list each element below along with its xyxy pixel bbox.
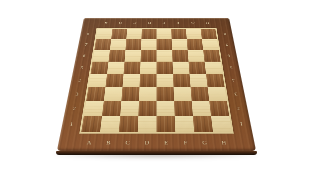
coordinate-label: E [164,139,168,145]
square-g1 [193,116,213,132]
square-c4 [122,74,140,87]
square-f2 [174,101,193,116]
square-a7 [94,39,111,50]
square-c8 [126,29,142,39]
coordinate-label: 5 [80,66,83,70]
coordinate-label: 1 [70,121,74,126]
coordinate-label: 6 [227,54,230,58]
square-a1 [81,116,102,132]
square-f7 [172,39,188,50]
squares-grid [81,29,232,132]
square-e8 [157,29,172,39]
square-f3 [174,87,192,101]
square-d5 [140,62,157,74]
coordinate-label: 8 [87,32,90,35]
square-g8 [186,29,202,39]
square-e4 [157,74,174,87]
coordinate-label: H [205,21,209,25]
coordinate-label: 2 [237,106,241,111]
square-d4 [139,74,156,87]
board-side-edge [56,151,257,155]
square-f8 [171,29,187,39]
playfield [79,28,233,134]
coordinate-label: G [191,21,195,25]
coordinate-label: A [104,21,108,25]
square-a4 [88,74,107,87]
square-a8 [96,29,112,39]
square-g2 [192,101,211,116]
coordinate-label: 1 [240,121,244,126]
coordinate-label: 3 [75,92,78,97]
coordinate-label: C [133,21,136,25]
square-b7 [110,39,126,50]
chess-board: ABCDEFGH ABCDEFGH 87654321 87654321 [57,18,256,151]
square-f1 [175,116,194,132]
square-d3 [139,87,157,101]
square-b4 [105,74,123,87]
coordinate-label: E [162,21,165,25]
product-photo-stage: ABCDEFGH ABCDEFGH 87654321 87654321 [0,0,310,186]
coordinate-label: A [86,139,92,145]
file-labels-bottom: ABCDEFGH [78,134,235,151]
square-e2 [157,101,175,116]
square-c6 [124,50,140,62]
square-c2 [120,101,139,116]
square-b2 [102,101,121,116]
square-h6 [203,50,220,62]
square-f6 [172,50,188,62]
square-b6 [108,50,125,62]
coordinate-label: 7 [85,43,88,47]
square-e3 [157,87,175,101]
square-a3 [86,87,105,101]
coordinate-label: D [147,21,151,25]
square-d8 [141,29,156,39]
square-b1 [100,116,120,132]
square-d7 [141,39,157,50]
coordinate-label: F [177,21,180,25]
square-d2 [138,101,156,116]
square-g4 [190,74,208,87]
coordinate-label: 5 [229,66,232,70]
coordinate-label: 7 [225,43,228,47]
square-a2 [84,101,104,116]
square-e6 [157,50,173,62]
square-e7 [157,39,173,50]
square-h5 [205,62,223,74]
square-c3 [121,87,139,101]
coordinate-label: B [106,139,111,145]
square-e1 [157,116,176,132]
file-labels-top: ABCDEFGH [98,18,215,28]
square-c7 [125,39,141,50]
square-h2 [209,101,229,116]
coordinate-label: H [221,139,227,145]
square-b8 [111,29,127,39]
coordinate-label: 2 [73,106,77,111]
coordinate-label: 4 [232,78,235,82]
coordinate-label: F [183,139,187,145]
square-b3 [104,87,123,101]
square-a6 [92,50,109,62]
square-g6 [188,50,205,62]
square-g7 [187,39,203,50]
coordinate-label: D [144,139,149,145]
square-d1 [138,116,157,132]
coordinate-label: C [125,139,130,145]
square-c1 [119,116,138,132]
square-c5 [124,62,141,74]
square-g5 [189,62,206,74]
square-h4 [206,74,225,87]
square-h3 [208,87,227,101]
square-h1 [211,116,232,132]
coordinate-label: 8 [223,32,226,35]
coordinate-label: 3 [234,92,237,97]
square-h8 [201,29,217,39]
square-f5 [173,62,190,74]
square-e5 [157,62,174,74]
coordinate-label: 6 [83,54,86,58]
square-a5 [91,62,109,74]
square-h7 [202,39,219,50]
coordinate-label: B [119,21,123,25]
square-f4 [173,74,191,87]
square-b5 [107,62,124,74]
square-d6 [140,50,156,62]
coordinate-label: 4 [78,78,81,82]
square-g3 [191,87,210,101]
coordinate-label: G [202,139,207,145]
